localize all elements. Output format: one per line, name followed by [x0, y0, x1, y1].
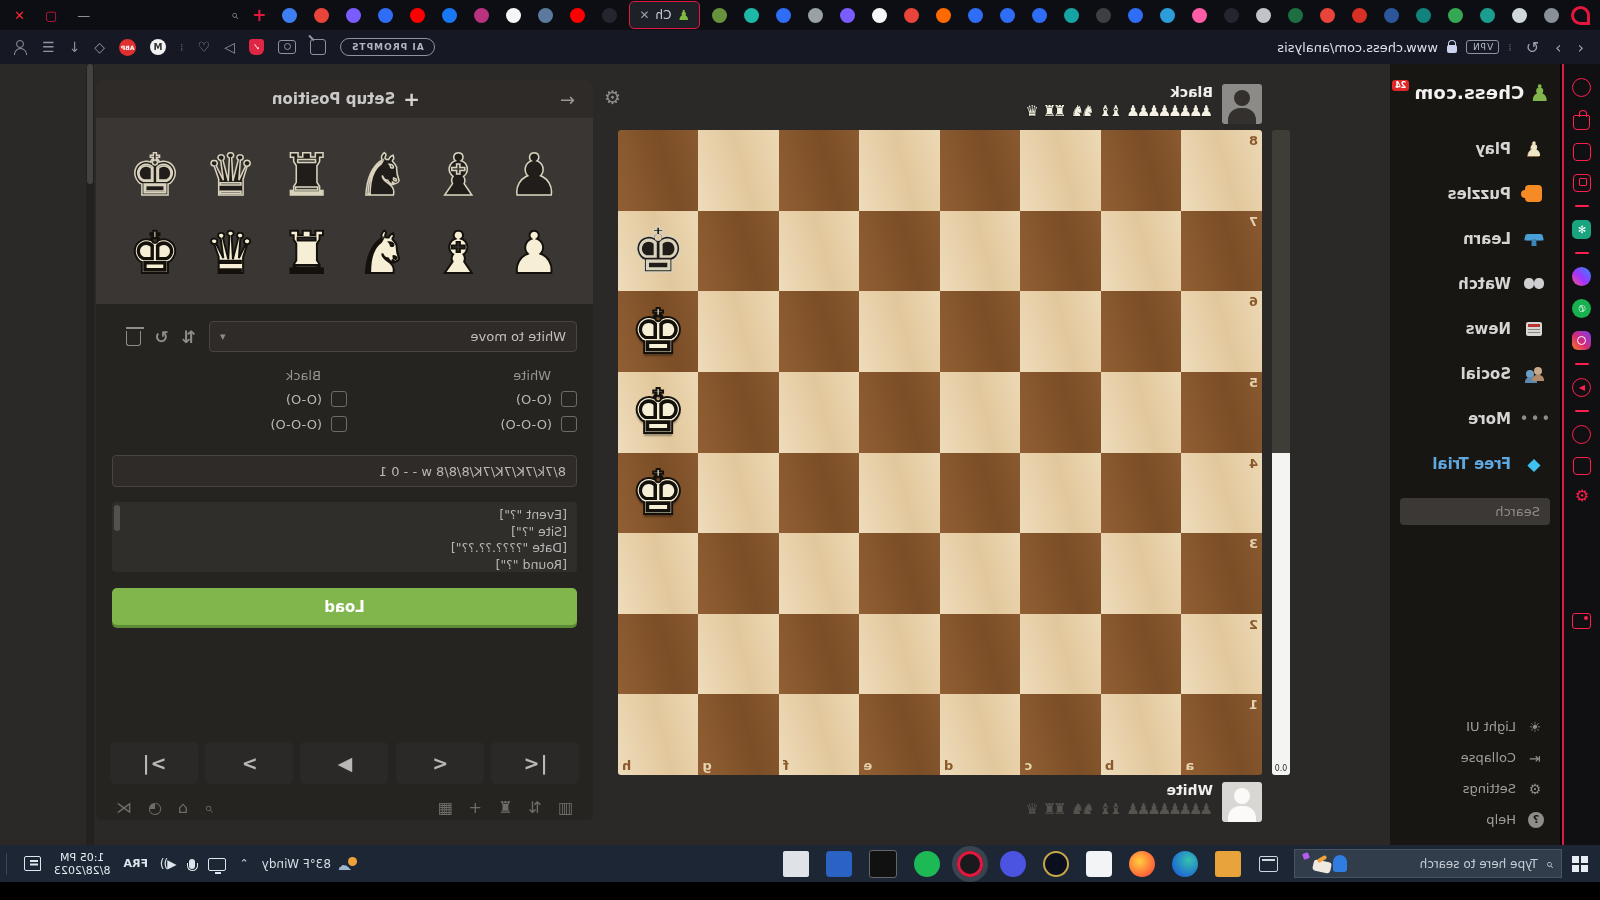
first-move-button[interactable]: |<: [491, 742, 579, 784]
tab-favicon[interactable]: [1288, 8, 1303, 23]
rank-label: 7: [1249, 214, 1258, 229]
tab-favicon[interactable]: [1352, 8, 1367, 23]
tab-favicon[interactable]: [1192, 8, 1207, 23]
tab-favicon[interactable]: [904, 8, 919, 23]
sidebar-item-watch[interactable]: Watch: [1390, 261, 1560, 306]
tab-favicon[interactable]: [1384, 8, 1399, 23]
square-f1[interactable]: f: [779, 694, 860, 775]
palette-piece-white-n[interactable]: ♞: [349, 218, 415, 288]
sidebar-divider: [1575, 252, 1589, 254]
player-name: White: [1028, 782, 1213, 798]
discord-icon[interactable]: [1000, 851, 1026, 877]
tab-favicons-right[interactable]: [282, 8, 617, 23]
white-queenside-checkbox[interactable]: [561, 416, 577, 432]
new-tab-icon[interactable]: +: [252, 5, 266, 25]
speed-dial-icon[interactable]: [1573, 78, 1592, 97]
square-b4[interactable]: [1101, 453, 1182, 534]
window-controls: — ▢ ✕: [14, 8, 90, 23]
play-icon: ♟: [1525, 137, 1543, 161]
tab-favicon[interactable]: [538, 8, 553, 23]
plus-icon: +: [403, 87, 420, 111]
firefox-icon[interactable]: [1129, 851, 1155, 877]
browser-toolbar: ‹ › ↻ ⁞ VPN www.chess.com/analysis AI PR…: [0, 30, 1600, 64]
square-h5[interactable]: ♚: [618, 372, 699, 453]
tab-favicon[interactable]: [602, 8, 617, 23]
tab-favicon[interactable]: [776, 8, 791, 23]
square-f5[interactable]: [779, 372, 860, 453]
tab-favicon[interactable]: [1032, 8, 1047, 23]
rank-label: 8: [1249, 133, 1258, 148]
square-f4[interactable]: [779, 453, 860, 534]
sidebar-item-social[interactable]: Social: [1390, 351, 1560, 396]
microphone-icon[interactable]: [190, 859, 196, 869]
palette-piece-black-k[interactable]: ♚: [122, 140, 188, 210]
pinboard-icon[interactable]: [310, 39, 326, 55]
square-c2[interactable]: [1021, 614, 1102, 695]
microsoft-store-icon[interactable]: [1086, 851, 1112, 877]
square-e8[interactable]: [860, 130, 941, 211]
setup-position-panel: ← + Setup Position ♟♝♞♜♛♚ ♟♝♞♜♛♚ White t…: [96, 80, 593, 820]
square-c3[interactable]: [1021, 533, 1102, 614]
url-text[interactable]: www.chess.com/analysis: [1277, 40, 1438, 55]
analysis-main: 0.0 Black ♟♟♟♟♟♟♟♟♝♝♞♞♜♜♛ 87♚6♚5♚4♚321ab…: [0, 64, 1390, 845]
square-d2[interactable]: [940, 614, 1021, 695]
sidebar-footer: ☀ Light UI ⇤ Collapse ⚙ Settings ? Help: [1390, 711, 1560, 835]
collapse-button[interactable]: ⇤ Collapse: [1390, 742, 1560, 773]
sidebar-search-input[interactable]: Search: [1400, 498, 1550, 525]
white-king[interactable]: ♚: [618, 453, 699, 534]
evaluation-bar: 0.0: [1272, 130, 1290, 775]
square-f8[interactable]: [779, 130, 860, 211]
square-b5[interactable]: [1101, 372, 1182, 453]
flow-send-icon[interactable]: ▷: [224, 39, 235, 55]
spotify-icon[interactable]: [914, 851, 940, 877]
app-icon[interactable]: [826, 851, 852, 877]
adblock-shield-icon[interactable]: ✓: [249, 39, 264, 55]
tab-favicons-left[interactable]: [712, 8, 1559, 23]
command-prompt-icon[interactable]: [869, 850, 897, 878]
square-d8[interactable]: [940, 130, 1021, 211]
tab-favicon[interactable]: [744, 8, 759, 23]
bookmark-heart-icon[interactable]: ♡: [198, 39, 211, 55]
load-button[interactable]: Load: [112, 588, 577, 625]
square-b7[interactable]: [1101, 211, 1182, 292]
vpn-badge[interactable]: VPN: [1466, 40, 1499, 54]
square-a4[interactable]: 4: [1182, 453, 1263, 534]
messenger-icon[interactable]: [1573, 267, 1592, 286]
file-label: c: [1025, 758, 1033, 773]
learn-icon: [1524, 234, 1544, 240]
search-highlights-illustration: [1303, 853, 1347, 875]
tab-favicon[interactable]: [1480, 8, 1495, 23]
square-h1[interactable]: h: [618, 694, 699, 775]
board-settings-gear-icon[interactable]: ⚙: [604, 86, 621, 108]
tab-favicon[interactable]: [506, 8, 521, 23]
browser-tab-bar: ♟ Ch ✕ + ⌕ — ▢ ✕: [0, 0, 1600, 30]
palette-piece-white-k[interactable]: ♚: [122, 218, 188, 288]
chess-board[interactable]: 87♚6♚5♚4♚321abcdefgh: [618, 130, 1262, 775]
turn-select[interactable]: White to move ▾: [209, 321, 577, 352]
square-a7[interactable]: 7: [1182, 211, 1263, 292]
lines-chart-icon[interactable]: ▥: [558, 798, 573, 817]
sidebar-divider: [1575, 363, 1589, 365]
download-icon[interactable]: ↓: [69, 39, 81, 55]
square-h6[interactable]: ♚: [618, 291, 699, 372]
square-e6[interactable]: [860, 291, 941, 372]
sidebar-nav: ♟ Play Puzzles Learn Watch News: [1390, 126, 1560, 486]
tab-favicon[interactable]: [1512, 8, 1527, 23]
tab-favicon[interactable]: [1256, 8, 1271, 23]
opening-book-icon[interactable]: ⌂: [178, 798, 188, 817]
square-g1[interactable]: g: [699, 694, 780, 775]
sidebar-item-news[interactable]: News: [1390, 306, 1560, 351]
ai-prompts-button[interactable]: AI PROMPTS: [340, 38, 435, 56]
palette-piece-black-b[interactable]: ♝: [425, 140, 491, 210]
square-h8[interactable]: [618, 130, 699, 211]
tab-search-icon[interactable]: ⌕: [231, 7, 238, 23]
scrollbar-thumb[interactable]: [114, 505, 120, 531]
site-dots-icon: ⁞: [1508, 41, 1512, 54]
panel-title: + Setup Position: [272, 87, 420, 111]
square-f3[interactable]: [779, 533, 860, 614]
file-label: g: [703, 758, 712, 773]
next-move-button[interactable]: >: [205, 742, 293, 784]
square-d5[interactable]: [940, 372, 1021, 453]
square-g3[interactable]: [699, 533, 780, 614]
screenshot-icon[interactable]: [1573, 613, 1592, 629]
palette-piece-black-p[interactable]: ♟: [501, 140, 567, 210]
square-c1[interactable]: c: [1021, 694, 1102, 775]
tab-favicon[interactable]: [1448, 8, 1463, 23]
tab-favicon[interactable]: [1000, 8, 1015, 23]
tab-favicon[interactable]: [570, 8, 585, 23]
shopping-icon[interactable]: [1574, 115, 1591, 130]
square-h2[interactable]: [618, 614, 699, 695]
square-e7[interactable]: [860, 211, 941, 292]
sidebar-item-learn[interactable]: Learn: [1390, 216, 1560, 261]
gx-control-icon[interactable]: [1573, 174, 1591, 192]
captured-pieces-black-side: ♟♟♟♟♟♟♟♟♝♝♞♞♜♜♛: [1028, 102, 1213, 120]
white-king[interactable]: ♚: [618, 291, 699, 372]
player-bottom-white: White ♟♟♟♟♟♟♟♟♝♝♞♞♜♜♛: [1028, 782, 1262, 822]
close-icon[interactable]: ✕: [14, 8, 25, 23]
square-b2[interactable]: [1101, 614, 1182, 695]
square-a6[interactable]: 6: [1182, 291, 1263, 372]
tab-favicon[interactable]: [1224, 8, 1239, 23]
sidebar-item-play[interactable]: ♟ Play: [1390, 126, 1560, 171]
player-icon[interactable]: ▶: [1573, 378, 1592, 397]
palette-piece-white-b[interactable]: ♝: [425, 218, 491, 288]
tab-favicon[interactable]: [808, 8, 823, 23]
castling-white-column: White (O-O) (O-O-O): [347, 368, 577, 441]
square-b3[interactable]: [1101, 533, 1182, 614]
evaluation-value: 0.0: [1272, 764, 1290, 773]
castling-options: White (O-O) (O-O-O) Black: [112, 368, 577, 441]
tab-favicon[interactable]: [1544, 8, 1559, 23]
black-king[interactable]: ♚: [618, 211, 699, 292]
notepad-icon[interactable]: [783, 851, 809, 877]
tab-favicon[interactable]: [442, 8, 457, 23]
palette-piece-white-r[interactable]: ♜: [274, 218, 340, 288]
file-label: f: [783, 758, 789, 773]
page-scrollbar[interactable]: [86, 64, 94, 845]
square-f6[interactable]: [779, 291, 860, 372]
help-button[interactable]: ? Help: [1390, 804, 1560, 835]
square-b8[interactable]: [1101, 130, 1182, 211]
square-a3[interactable]: 3: [1182, 533, 1263, 614]
autoplay-button[interactable]: ▶: [301, 742, 389, 784]
light-ui-sun-icon: ☀: [1526, 719, 1544, 735]
sidebar-item-puzzles[interactable]: Puzzles: [1390, 171, 1560, 216]
square-g2[interactable]: [699, 614, 780, 695]
sidebar-item-more[interactable]: ••• More: [1390, 396, 1560, 441]
reload-icon[interactable]: ↻: [1526, 38, 1539, 57]
extensions-box-icon[interactable]: [1573, 457, 1591, 475]
explorer-search-icon[interactable]: ⌕: [204, 798, 213, 817]
history-clock-icon[interactable]: [1573, 425, 1592, 444]
palette-piece-black-q[interactable]: ♛: [198, 140, 264, 210]
clear-board-trash-icon[interactable]: [127, 331, 142, 346]
show-desktop-divider[interactable]: [6, 853, 7, 875]
square-c5[interactable]: [1021, 372, 1102, 453]
tab-favicon[interactable]: [314, 8, 329, 23]
task-view-icon[interactable]: [1259, 856, 1278, 872]
chevron-down-icon: ▾: [220, 330, 226, 343]
share-icon[interactable]: ⋉: [116, 798, 132, 817]
square-e3[interactable]: [860, 533, 941, 614]
square-d3[interactable]: [940, 533, 1021, 614]
tab-favicon[interactable]: [378, 8, 393, 23]
flip-icon[interactable]: ⇅: [528, 798, 541, 817]
square-e5[interactable]: [860, 372, 941, 453]
watch-icon: [1524, 278, 1544, 290]
file-label: a: [1186, 758, 1195, 773]
taskbar-clock[interactable]: 1:05 PM 8/28/2023: [54, 851, 110, 877]
extensions-cube-icon[interactable]: ◇: [94, 39, 105, 55]
square-g7[interactable]: [699, 211, 780, 292]
castling-white-header: White: [347, 368, 551, 383]
chatgpt-icon[interactable]: ✻: [1573, 220, 1592, 239]
palette-piece-black-n[interactable]: ♞: [349, 140, 415, 210]
chesscom-logo[interactable]: ♟ Chess.com 24: [1390, 64, 1560, 104]
weather-widget[interactable]: ☁ 83°F Windy: [262, 857, 358, 871]
last-move-button[interactable]: >|: [110, 742, 198, 784]
prev-move-button[interactable]: <: [396, 742, 484, 784]
black-queenside-checkbox[interactable]: [331, 416, 347, 432]
square-c4[interactable]: [1021, 453, 1102, 534]
file-explorer-icon[interactable]: [1215, 851, 1241, 877]
tab-favicon[interactable]: [1320, 8, 1335, 23]
panel-header: ← + Setup Position: [96, 80, 593, 118]
file-label: h: [622, 758, 631, 773]
square-f7[interactable]: [779, 211, 860, 292]
white-king[interactable]: ♚: [618, 372, 699, 453]
square-h7[interactable]: ♚: [618, 211, 699, 292]
league-of-legends-icon[interactable]: [1043, 851, 1069, 877]
square-c8[interactable]: [1021, 130, 1102, 211]
hidden-icons-chevron[interactable]: ⌃: [240, 857, 249, 870]
square-e2[interactable]: [860, 614, 941, 695]
square-d6[interactable]: [940, 291, 1021, 372]
logo-badge: 24: [1392, 80, 1409, 91]
diamond-icon: ◆: [1527, 454, 1540, 474]
settings-button[interactable]: ⚙ Settings: [1390, 773, 1560, 804]
square-h3[interactable]: [618, 533, 699, 614]
system-tray: ☁ 83°F Windy ⌃ ◀)) FRA 1:05 PM 8/28/2023: [6, 851, 358, 877]
square-g8[interactable]: [699, 130, 780, 211]
piece-palette: ♟♝♞♜♛♚ ♟♝♞♜♛♚: [96, 118, 593, 304]
square-b1[interactable]: b: [1101, 694, 1182, 775]
square-g6[interactable]: [699, 291, 780, 372]
taskbar-search[interactable]: ⌕ Type here to search: [1294, 849, 1562, 878]
snapshot-camera-icon[interactable]: [278, 40, 296, 54]
square-d7[interactable]: [940, 211, 1021, 292]
tab-favicon[interactable]: [1416, 8, 1431, 23]
player-name: Black: [1028, 84, 1213, 100]
rank-label: 1: [1249, 697, 1258, 712]
rank-label: 2: [1249, 617, 1258, 632]
back-icon[interactable]: ‹: [1578, 38, 1584, 57]
tab-favicon[interactable]: [1160, 8, 1175, 23]
lock-icon: [1447, 45, 1457, 53]
castling-black-header: Black: [117, 368, 321, 383]
opera-gx-logo-icon[interactable]: [1571, 6, 1590, 25]
divider-dots-icon: ⁞: [180, 41, 184, 54]
twitch-icon[interactable]: [1573, 143, 1591, 161]
volume-icon[interactable]: ◀)): [161, 857, 177, 871]
notification-center-icon[interactable]: [24, 856, 41, 871]
square-c6[interactable]: [1021, 291, 1102, 372]
sidebar-divider: [1575, 205, 1589, 207]
square-g4[interactable]: [699, 453, 780, 534]
tab-favicon[interactable]: [410, 8, 425, 23]
square-e4[interactable]: [860, 453, 941, 534]
board-editor-icon[interactable]: ▦: [438, 798, 453, 817]
tab-favicon[interactable]: [282, 8, 297, 23]
chesscom-pawn-favicon: ♟: [677, 7, 690, 23]
square-a1[interactable]: 1a: [1182, 694, 1263, 775]
search-icon: ⌕: [1546, 856, 1553, 872]
help-icon: ?: [1528, 812, 1544, 828]
tab-close-icon[interactable]: ✕: [639, 8, 649, 22]
flip-board-icon[interactable]: ⇅: [182, 327, 196, 347]
tab-favicon[interactable]: [346, 8, 361, 23]
instagram-icon[interactable]: [1573, 331, 1592, 350]
back-arrow-icon[interactable]: ←: [560, 89, 575, 110]
profile-icon[interactable]: [14, 40, 28, 54]
chesscom-sidebar: ♟ Chess.com 24 ♟ Play Puzzles Learn: [1390, 64, 1560, 845]
threats-piece-icon[interactable]: ♜: [498, 798, 512, 817]
rank-label: 6: [1249, 294, 1258, 309]
tab-favicon[interactable]: [1064, 8, 1079, 23]
tab-favicon[interactable]: [474, 8, 489, 23]
practice-timer-icon[interactable]: ◔: [148, 798, 162, 817]
pgn-textarea[interactable]: [Event "?"] [Site "?"] [Date "????.??.??…: [112, 502, 577, 572]
tab-favicon[interactable]: [968, 8, 983, 23]
adblock-plus-icon[interactable]: ABP: [119, 39, 136, 56]
mirrored-screen: ♟ Ch ✕ + ⌕ — ▢ ✕ ‹ › ↻ ⁞ VPN www.chess.c…: [0, 0, 1600, 900]
square-c7[interactable]: [1021, 211, 1102, 292]
square-e1[interactable]: e: [860, 694, 941, 775]
white-kingside-checkbox[interactable]: [561, 391, 577, 407]
network-icon[interactable]: [209, 858, 227, 871]
more-dots-icon: •••: [1518, 410, 1551, 428]
black-kingside-checkbox[interactable]: [331, 391, 347, 407]
gear-icon: ⚙: [1526, 781, 1544, 797]
avatar[interactable]: [1222, 84, 1262, 124]
maximize-icon[interactable]: ▢: [45, 8, 57, 23]
captured-pieces-white-side: ♟♟♟♟♟♟♟♟♝♝♞♞♜♜♛: [1028, 800, 1213, 818]
avatar[interactable]: [1222, 782, 1262, 822]
square-b6[interactable]: [1101, 291, 1182, 372]
palette-black-row[interactable]: ♟♝♞♜♛♚: [96, 140, 593, 210]
extension-m-icon[interactable]: M: [150, 39, 166, 55]
social-icon: [1524, 367, 1544, 381]
tab-favicon[interactable]: [712, 8, 727, 23]
panel-footer-icons: ▥ ⇅ ♜ + ▦ ⌕ ⌂ ◔ ⋉: [116, 798, 573, 817]
news-icon: [1526, 322, 1542, 336]
address-bar[interactable]: ⁞ VPN www.chess.com/analysis: [1277, 40, 1512, 55]
light-ui-toggle[interactable]: ☀ Light UI: [1390, 711, 1560, 742]
whatsapp-icon[interactable]: ✆: [1573, 299, 1592, 318]
player-top-black: Black ♟♟♟♟♟♟♟♟♝♝♞♞♜♜♛: [1028, 84, 1262, 124]
square-d1[interactable]: d: [940, 694, 1021, 775]
chesscom-logo-text: Chess.com: [1414, 82, 1524, 103]
windows-taskbar: ⌕ Type here to search ☁ 83°F Windy ⌃: [0, 845, 1600, 882]
rank-label: 3: [1249, 536, 1258, 551]
weather-icon: ☁: [338, 857, 358, 871]
fen-input[interactable]: 8/7k/7K/7K/7K/8/8/8 w - - 0 1: [112, 455, 577, 487]
castling-black-column: Black (O-O) (O-O-O): [117, 368, 347, 441]
settings-sliders-icon[interactable]: ☰: [42, 39, 55, 55]
toolbar-extensions: AI PROMPTS ✓ ▷ ♡ ⁞ M ABP ◇ ↓ ☰: [14, 38, 435, 56]
setup-controls: White to move ▾ ⇅ ↻: [112, 321, 577, 352]
minimize-icon[interactable]: —: [77, 8, 90, 23]
add-icon[interactable]: +: [469, 798, 482, 817]
chesscom-logo-pawn-icon: ♟: [1529, 82, 1550, 104]
square-a5[interactable]: 5: [1182, 372, 1263, 453]
tab-favicon[interactable]: [936, 8, 951, 23]
square-h4[interactable]: ♚: [618, 453, 699, 534]
palette-piece-black-r[interactable]: ♜: [274, 140, 340, 210]
square-f2[interactable]: [779, 614, 860, 695]
edge-icon[interactable]: [1172, 851, 1198, 877]
reset-icon[interactable]: ↻: [155, 327, 169, 347]
active-tab[interactable]: ♟ Ch ✕: [629, 1, 700, 29]
opera-gx-icon[interactable]: [957, 851, 983, 877]
move-navigation: |< < ▶ > >|: [110, 742, 579, 784]
tab-favicon[interactable]: [1128, 8, 1143, 23]
gx-settings-icon[interactable]: ⚙: [1575, 488, 1589, 504]
palette-white-row[interactable]: ♟♝♞♜♛♚: [96, 218, 593, 288]
puzzles-icon: [1526, 185, 1543, 202]
tab-favicon[interactable]: [840, 8, 855, 23]
square-a2[interactable]: 2: [1182, 614, 1263, 695]
tab-favicon[interactable]: [1096, 8, 1111, 23]
square-d4[interactable]: [940, 453, 1021, 534]
palette-piece-white-q[interactable]: ♛: [198, 218, 264, 288]
sidebar-item-free-trial[interactable]: ◆ Free Trial: [1390, 441, 1560, 486]
language-indicator[interactable]: FRA: [123, 857, 148, 870]
forward-icon[interactable]: ›: [1555, 38, 1561, 57]
taskbar-apps: [783, 850, 1241, 878]
tab-favicon[interactable]: [872, 8, 887, 23]
file-label: d: [944, 758, 953, 773]
square-g5[interactable]: [699, 372, 780, 453]
square-a8[interactable]: 8: [1182, 130, 1263, 211]
palette-piece-white-p[interactable]: ♟: [501, 218, 567, 288]
start-button[interactable]: [1572, 856, 1588, 872]
